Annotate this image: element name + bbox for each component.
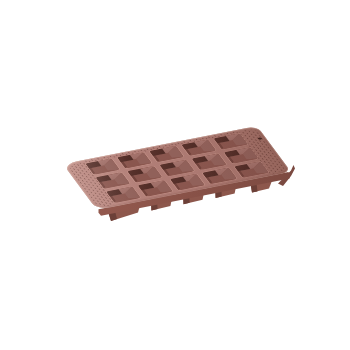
- product-photo: [0, 0, 350, 350]
- cavity-floor: [106, 189, 122, 196]
- cavity-opening: [234, 161, 269, 178]
- cavity-floor: [213, 136, 229, 143]
- cavity-opening: [138, 180, 173, 197]
- cavity-opening: [202, 168, 237, 185]
- cavity-floor: [202, 170, 218, 177]
- cavity-floor: [170, 176, 186, 183]
- cavity-floor: [149, 148, 165, 155]
- cavity-r3c3: [169, 173, 206, 190]
- cavity-floor: [224, 150, 240, 157]
- cavity-floor: [128, 169, 144, 176]
- cavity-floor: [85, 161, 101, 168]
- cavity-floor: [160, 162, 176, 169]
- cavity-floor: [117, 155, 133, 162]
- cavity-floor: [138, 183, 154, 190]
- cavity-floor: [181, 142, 197, 149]
- cavity-floor: [192, 156, 208, 163]
- cavity-r3c2: [137, 180, 174, 197]
- cavity-floor: [234, 164, 250, 171]
- cavity-floor: [95, 175, 111, 182]
- cavity-r3c4: [201, 167, 238, 184]
- cavity-opening: [170, 174, 205, 191]
- cavity-opening: [106, 186, 141, 203]
